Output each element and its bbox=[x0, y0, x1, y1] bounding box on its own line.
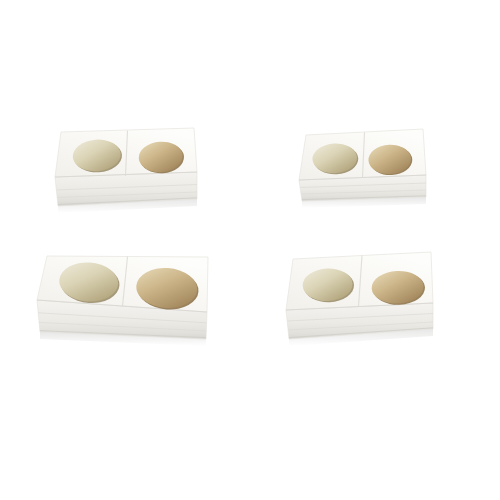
coin-flip-stack-bottom-right bbox=[286, 252, 433, 346]
coin-flip-stack-top-right bbox=[299, 129, 426, 208]
coin-flip-product-photo bbox=[0, 0, 500, 500]
coin-flip-stack-top-left bbox=[55, 128, 197, 213]
product-photo-canvas bbox=[0, 0, 500, 500]
coin-flip-stack-bottom-left bbox=[37, 256, 208, 346]
